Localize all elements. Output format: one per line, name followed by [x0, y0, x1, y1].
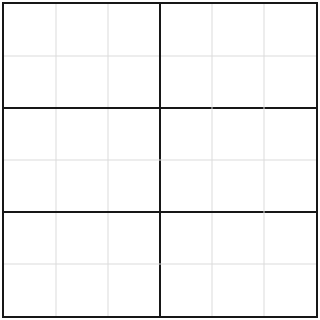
- grid-line-vertical: [264, 4, 265, 316]
- grid-line-horizontal: [4, 160, 316, 161]
- grid-line-horizontal: [4, 264, 316, 265]
- puzzle-page: [0, 0, 320, 320]
- box-border-horizontal: [4, 211, 316, 213]
- sudoku-board: [2, 2, 318, 318]
- grid-line-vertical: [212, 4, 213, 316]
